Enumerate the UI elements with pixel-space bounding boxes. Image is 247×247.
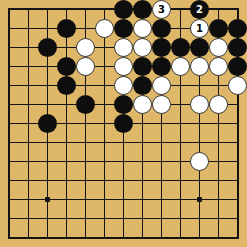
intersection-9-1[interactable] bbox=[171, 19, 190, 38]
intersection-7-10[interactable] bbox=[133, 190, 152, 209]
intersection-6-7[interactable] bbox=[114, 133, 133, 152]
intersection-9-7[interactable] bbox=[171, 133, 190, 152]
intersection-12-4[interactable] bbox=[228, 76, 247, 95]
intersection-3-12[interactable] bbox=[57, 228, 76, 247]
intersection-0-4[interactable] bbox=[0, 76, 19, 95]
intersection-4-11[interactable] bbox=[76, 209, 95, 228]
intersection-9-5[interactable] bbox=[171, 95, 190, 114]
white-stone bbox=[152, 76, 171, 95]
intersection-1-7[interactable] bbox=[19, 133, 38, 152]
intersection-9-10[interactable] bbox=[171, 190, 190, 209]
intersection-5-4[interactable] bbox=[95, 76, 114, 95]
intersection-7-8[interactable] bbox=[133, 152, 152, 171]
intersection-7-3[interactable] bbox=[133, 57, 152, 76]
intersection-1-10[interactable] bbox=[19, 190, 38, 209]
black-stone bbox=[171, 38, 190, 57]
intersection-0-8[interactable] bbox=[0, 152, 19, 171]
intersection-0-2[interactable] bbox=[0, 38, 19, 57]
intersection-11-11[interactable] bbox=[209, 209, 228, 228]
intersection-11-3[interactable] bbox=[209, 57, 228, 76]
intersection-12-3[interactable] bbox=[228, 57, 247, 76]
intersection-10-1[interactable]: 1 bbox=[190, 19, 209, 38]
intersection-9-0[interactable] bbox=[171, 0, 190, 19]
black-stone-numbered: 2 bbox=[190, 0, 209, 19]
white-stone bbox=[190, 95, 209, 114]
black-stone bbox=[152, 19, 171, 38]
intersection-7-11[interactable] bbox=[133, 209, 152, 228]
white-stone bbox=[171, 57, 190, 76]
black-stone bbox=[57, 19, 76, 38]
intersection-9-9[interactable] bbox=[171, 171, 190, 190]
intersection-8-10[interactable] bbox=[152, 190, 171, 209]
intersection-10-3[interactable] bbox=[190, 57, 209, 76]
intersection-3-5[interactable] bbox=[57, 95, 76, 114]
intersection-5-2[interactable] bbox=[95, 38, 114, 57]
intersection-5-11[interactable] bbox=[95, 209, 114, 228]
black-stone bbox=[38, 114, 57, 133]
intersection-6-1[interactable] bbox=[114, 19, 133, 38]
intersection-8-5[interactable] bbox=[152, 95, 171, 114]
intersection-1-11[interactable] bbox=[19, 209, 38, 228]
intersection-8-11[interactable] bbox=[152, 209, 171, 228]
intersection-11-6[interactable] bbox=[209, 114, 228, 133]
intersection-3-9[interactable] bbox=[57, 171, 76, 190]
intersection-10-8[interactable] bbox=[190, 152, 209, 171]
intersection-0-3[interactable] bbox=[0, 57, 19, 76]
white-stone bbox=[209, 38, 228, 57]
intersection-3-1[interactable] bbox=[57, 19, 76, 38]
intersection-0-6[interactable] bbox=[0, 114, 19, 133]
intersection-6-0[interactable] bbox=[114, 0, 133, 19]
intersection-3-7[interactable] bbox=[57, 133, 76, 152]
black-stone bbox=[228, 19, 247, 38]
intersection-10-10[interactable] bbox=[190, 190, 209, 209]
white-stone bbox=[209, 95, 228, 114]
intersection-12-6[interactable] bbox=[228, 114, 247, 133]
intersection-4-8[interactable] bbox=[76, 152, 95, 171]
white-stone-numbered: 1 bbox=[190, 19, 209, 38]
intersection-11-4[interactable] bbox=[209, 76, 228, 95]
white-stone bbox=[190, 57, 209, 76]
intersection-3-0[interactable] bbox=[57, 0, 76, 19]
intersection-6-10[interactable] bbox=[114, 190, 133, 209]
black-stone bbox=[133, 0, 152, 19]
intersection-5-9[interactable] bbox=[95, 171, 114, 190]
white-stone bbox=[114, 57, 133, 76]
intersection-11-8[interactable] bbox=[209, 152, 228, 171]
intersection-0-11[interactable] bbox=[0, 209, 19, 228]
black-stone bbox=[114, 0, 133, 19]
intersection-3-11[interactable] bbox=[57, 209, 76, 228]
intersection-7-7[interactable] bbox=[133, 133, 152, 152]
intersection-2-7[interactable] bbox=[38, 133, 57, 152]
intersection-0-5[interactable] bbox=[0, 95, 19, 114]
intersection-8-1[interactable] bbox=[152, 19, 171, 38]
intersection-4-0[interactable] bbox=[76, 0, 95, 19]
intersection-0-10[interactable] bbox=[0, 190, 19, 209]
intersection-12-0[interactable] bbox=[228, 0, 247, 19]
intersection-12-10[interactable] bbox=[228, 190, 247, 209]
intersection-11-12[interactable] bbox=[209, 228, 228, 247]
black-stone bbox=[209, 19, 228, 38]
black-stone bbox=[57, 57, 76, 76]
white-stone bbox=[76, 38, 95, 57]
white-stone bbox=[228, 76, 247, 95]
intersection-8-7[interactable] bbox=[152, 133, 171, 152]
black-stone bbox=[38, 38, 57, 57]
intersection-10-9[interactable] bbox=[190, 171, 209, 190]
intersection-5-10[interactable] bbox=[95, 190, 114, 209]
move-number-label: 3 bbox=[158, 5, 165, 15]
move-number-label: 1 bbox=[196, 24, 203, 34]
intersection-2-12[interactable] bbox=[38, 228, 57, 247]
intersection-1-3[interactable] bbox=[19, 57, 38, 76]
black-stone bbox=[114, 114, 133, 133]
intersection-4-4[interactable] bbox=[76, 76, 95, 95]
intersection-8-9[interactable] bbox=[152, 171, 171, 190]
intersection-10-11[interactable] bbox=[190, 209, 209, 228]
star-point bbox=[45, 197, 50, 202]
intersection-8-0[interactable]: 3 bbox=[152, 0, 171, 19]
intersection-11-10[interactable] bbox=[209, 190, 228, 209]
white-stone bbox=[209, 57, 228, 76]
intersection-4-9[interactable] bbox=[76, 171, 95, 190]
intersection-2-4[interactable] bbox=[38, 76, 57, 95]
intersection-3-8[interactable] bbox=[57, 152, 76, 171]
intersection-12-11[interactable] bbox=[228, 209, 247, 228]
intersection-1-0[interactable] bbox=[19, 0, 38, 19]
intersection-10-0[interactable]: 2 bbox=[190, 0, 209, 19]
intersection-7-9[interactable] bbox=[133, 171, 152, 190]
intersection-6-11[interactable] bbox=[114, 209, 133, 228]
intersection-7-5[interactable] bbox=[133, 95, 152, 114]
intersection-11-5[interactable] bbox=[209, 95, 228, 114]
intersection-9-2[interactable] bbox=[171, 38, 190, 57]
intersection-6-12[interactable] bbox=[114, 228, 133, 247]
intersection-2-2[interactable] bbox=[38, 38, 57, 57]
intersection-8-8[interactable] bbox=[152, 152, 171, 171]
intersection-2-6[interactable] bbox=[38, 114, 57, 133]
intersection-8-3[interactable] bbox=[152, 57, 171, 76]
intersection-10-2[interactable] bbox=[190, 38, 209, 57]
black-stone bbox=[57, 76, 76, 95]
intersection-1-9[interactable] bbox=[19, 171, 38, 190]
intersection-6-3[interactable] bbox=[114, 57, 133, 76]
intersection-1-4[interactable] bbox=[19, 76, 38, 95]
intersection-3-10[interactable] bbox=[57, 190, 76, 209]
black-stone bbox=[114, 19, 133, 38]
white-stone bbox=[133, 95, 152, 114]
black-stone bbox=[152, 57, 171, 76]
intersection-0-7[interactable] bbox=[0, 133, 19, 152]
go-board: 321 bbox=[0, 0, 247, 247]
intersection-12-7[interactable] bbox=[228, 133, 247, 152]
black-stone bbox=[76, 95, 95, 114]
intersection-1-12[interactable] bbox=[19, 228, 38, 247]
intersection-5-6[interactable] bbox=[95, 114, 114, 133]
intersection-10-7[interactable] bbox=[190, 133, 209, 152]
intersection-2-1[interactable] bbox=[38, 19, 57, 38]
white-stone bbox=[95, 19, 114, 38]
intersection-6-9[interactable] bbox=[114, 171, 133, 190]
white-stone bbox=[133, 19, 152, 38]
intersection-1-1[interactable] bbox=[19, 19, 38, 38]
intersection-0-12[interactable] bbox=[0, 228, 19, 247]
intersection-8-6[interactable] bbox=[152, 114, 171, 133]
intersection-10-6[interactable] bbox=[190, 114, 209, 133]
intersection-12-12[interactable] bbox=[228, 228, 247, 247]
black-stone bbox=[228, 57, 247, 76]
black-stone bbox=[152, 38, 171, 57]
intersection-4-5[interactable] bbox=[76, 95, 95, 114]
intersection-10-4[interactable] bbox=[190, 76, 209, 95]
white-stone-numbered: 3 bbox=[152, 0, 171, 19]
intersection-9-12[interactable] bbox=[171, 228, 190, 247]
intersection-2-10[interactable] bbox=[38, 190, 57, 209]
intersection-8-12[interactable] bbox=[152, 228, 171, 247]
intersection-5-0[interactable] bbox=[95, 0, 114, 19]
intersection-5-8[interactable] bbox=[95, 152, 114, 171]
intersection-7-0[interactable] bbox=[133, 0, 152, 19]
intersection-0-1[interactable] bbox=[0, 19, 19, 38]
intersection-6-5[interactable] bbox=[114, 95, 133, 114]
intersection-9-4[interactable] bbox=[171, 76, 190, 95]
star-point bbox=[197, 197, 202, 202]
intersection-11-9[interactable] bbox=[209, 171, 228, 190]
intersection-1-2[interactable] bbox=[19, 38, 38, 57]
intersection-12-5[interactable] bbox=[228, 95, 247, 114]
intersection-12-1[interactable] bbox=[228, 19, 247, 38]
black-stone bbox=[228, 38, 247, 57]
intersection-11-7[interactable] bbox=[209, 133, 228, 152]
move-number-label: 2 bbox=[196, 5, 203, 15]
black-stone bbox=[133, 76, 152, 95]
intersection-8-4[interactable] bbox=[152, 76, 171, 95]
intersection-12-8[interactable] bbox=[228, 152, 247, 171]
black-stone bbox=[190, 38, 209, 57]
intersection-7-12[interactable] bbox=[133, 228, 152, 247]
black-stone bbox=[133, 57, 152, 76]
white-stone bbox=[152, 95, 171, 114]
intersection-2-3[interactable] bbox=[38, 57, 57, 76]
intersection-0-9[interactable] bbox=[0, 171, 19, 190]
intersection-9-3[interactable] bbox=[171, 57, 190, 76]
intersection-2-9[interactable] bbox=[38, 171, 57, 190]
intersection-6-2[interactable] bbox=[114, 38, 133, 57]
white-stone bbox=[133, 38, 152, 57]
intersection-4-2[interactable] bbox=[76, 38, 95, 57]
intersection-2-0[interactable] bbox=[38, 0, 57, 19]
intersection-7-1[interactable] bbox=[133, 19, 152, 38]
intersection-10-12[interactable] bbox=[190, 228, 209, 247]
intersection-3-3[interactable] bbox=[57, 57, 76, 76]
intersection-5-3[interactable] bbox=[95, 57, 114, 76]
intersection-4-10[interactable] bbox=[76, 190, 95, 209]
white-stone bbox=[76, 57, 95, 76]
intersection-3-2[interactable] bbox=[57, 38, 76, 57]
intersection-10-5[interactable] bbox=[190, 95, 209, 114]
intersection-11-1[interactable] bbox=[209, 19, 228, 38]
intersection-4-12[interactable] bbox=[76, 228, 95, 247]
intersection-7-2[interactable] bbox=[133, 38, 152, 57]
intersection-2-8[interactable] bbox=[38, 152, 57, 171]
intersection-5-5[interactable] bbox=[95, 95, 114, 114]
intersection-7-6[interactable] bbox=[133, 114, 152, 133]
intersection-4-6[interactable] bbox=[76, 114, 95, 133]
white-stone bbox=[114, 38, 133, 57]
black-stone bbox=[114, 95, 133, 114]
intersection-8-2[interactable] bbox=[152, 38, 171, 57]
intersection-1-8[interactable] bbox=[19, 152, 38, 171]
intersection-12-9[interactable] bbox=[228, 171, 247, 190]
intersection-6-8[interactable] bbox=[114, 152, 133, 171]
intersection-12-2[interactable] bbox=[228, 38, 247, 57]
intersection-11-2[interactable] bbox=[209, 38, 228, 57]
intersection-2-5[interactable] bbox=[38, 95, 57, 114]
intersection-4-3[interactable] bbox=[76, 57, 95, 76]
intersection-5-7[interactable] bbox=[95, 133, 114, 152]
intersection-5-12[interactable] bbox=[95, 228, 114, 247]
intersection-9-6[interactable] bbox=[171, 114, 190, 133]
white-stone bbox=[114, 76, 133, 95]
intersection-0-0[interactable] bbox=[0, 0, 19, 19]
intersection-2-11[interactable] bbox=[38, 209, 57, 228]
intersection-3-6[interactable] bbox=[57, 114, 76, 133]
intersection-9-11[interactable] bbox=[171, 209, 190, 228]
intersection-3-4[interactable] bbox=[57, 76, 76, 95]
intersection-1-6[interactable] bbox=[19, 114, 38, 133]
intersection-9-8[interactable] bbox=[171, 152, 190, 171]
white-stone bbox=[190, 152, 209, 171]
intersection-4-7[interactable] bbox=[76, 133, 95, 152]
intersection-5-1[interactable] bbox=[95, 19, 114, 38]
intersection-6-6[interactable] bbox=[114, 114, 133, 133]
intersection-11-0[interactable] bbox=[209, 0, 228, 19]
intersection-4-1[interactable] bbox=[76, 19, 95, 38]
intersection-7-4[interactable] bbox=[133, 76, 152, 95]
intersection-6-4[interactable] bbox=[114, 76, 133, 95]
intersection-1-5[interactable] bbox=[19, 95, 38, 114]
